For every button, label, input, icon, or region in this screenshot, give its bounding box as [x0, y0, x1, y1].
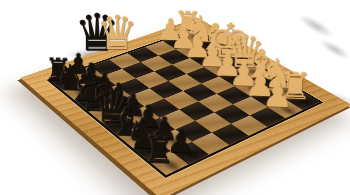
piece-cast-shadow	[318, 36, 350, 63]
chess-board: ♜♞♝♚♛♝♞♜♟♟♟♟♟♟♟♟♟♟♟♟♟♟♟♟♜♞♝♚♛♝♞♜	[20, 18, 350, 195]
product-photo-chess-set: ♛ ♛ ♜♞♝♚♛♝♞♜♟♟♟♟♟♟♟♟♟♟♟♟♟♟♟♟♜♞♝♚♛♝♞♜	[0, 0, 350, 195]
offboard-white-queen[interactable]: ♛	[96, 9, 138, 56]
black-rook-a8[interactable]: ♜	[142, 131, 176, 169]
board-frame: ♜♞♝♚♛♝♞♜♟♟♟♟♟♟♟♟♟♟♟♟♟♟♟♟♜♞♝♚♛♝♞♜	[20, 18, 350, 195]
white-pawn-a2[interactable]: ♟	[262, 77, 294, 112]
